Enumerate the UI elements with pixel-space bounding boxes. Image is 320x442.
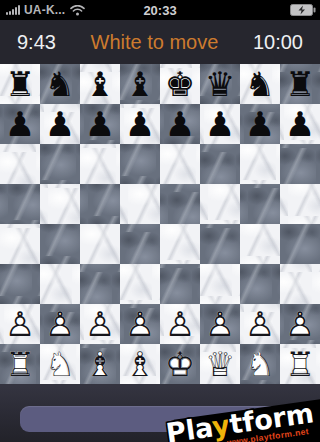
clock-bar: 9:43 White to move 10:00 [0, 20, 320, 64]
square-b1[interactable]: ♞♘ [40, 344, 80, 384]
square-a3[interactable] [0, 264, 40, 304]
piece-white-queen[interactable]: ♛♕ [200, 344, 240, 384]
square-e2[interactable]: ♟♙ [160, 304, 200, 344]
square-a4[interactable] [0, 224, 40, 264]
piece-white-knight[interactable]: ♞♘ [240, 344, 280, 384]
square-g4[interactable] [240, 224, 280, 264]
piece-white-pawn[interactable]: ♟♙ [120, 304, 160, 344]
piece-black-rook[interactable]: ♜ [0, 64, 40, 104]
piece-white-pawn[interactable]: ♟♙ [240, 304, 280, 344]
square-h7[interactable]: ♟ [280, 104, 320, 144]
square-d7[interactable]: ♟ [120, 104, 160, 144]
piece-white-rook[interactable]: ♜♖ [280, 344, 320, 384]
square-h8[interactable]: ♜ [280, 64, 320, 104]
piece-white-rook[interactable]: ♜♖ [0, 344, 40, 384]
square-c1[interactable]: ♝♗ [80, 344, 120, 384]
square-f1[interactable]: ♛♕ [200, 344, 240, 384]
square-a7[interactable]: ♟ [0, 104, 40, 144]
square-d3[interactable] [120, 264, 160, 304]
square-f2[interactable]: ♟♙ [200, 304, 240, 344]
square-h5[interactable] [280, 184, 320, 224]
piece-black-pawn[interactable]: ♟ [80, 104, 120, 144]
piece-black-pawn[interactable]: ♟ [0, 104, 40, 144]
square-g7[interactable]: ♟ [240, 104, 280, 144]
square-a1[interactable]: ♜♖ [0, 344, 40, 384]
square-e5[interactable] [160, 184, 200, 224]
bottom-pill-button[interactable] [20, 406, 300, 432]
square-b3[interactable] [40, 264, 80, 304]
square-g8[interactable]: ♞ [240, 64, 280, 104]
square-f4[interactable] [200, 224, 240, 264]
piece-white-bishop[interactable]: ♝♗ [80, 344, 120, 384]
square-e8[interactable]: ♚ [160, 64, 200, 104]
piece-black-king[interactable]: ♚ [160, 64, 200, 104]
square-h4[interactable] [280, 224, 320, 264]
piece-white-knight[interactable]: ♞♘ [40, 344, 80, 384]
square-f6[interactable] [200, 144, 240, 184]
square-b7[interactable]: ♟ [40, 104, 80, 144]
piece-white-pawn[interactable]: ♟♙ [200, 304, 240, 344]
piece-white-pawn[interactable]: ♟♙ [280, 304, 320, 344]
piece-white-pawn[interactable]: ♟♙ [0, 304, 40, 344]
square-e3[interactable] [160, 264, 200, 304]
bottom-toolbar: Playtform www.playtform.net [0, 384, 320, 442]
square-a6[interactable] [0, 144, 40, 184]
square-c2[interactable]: ♟♙ [80, 304, 120, 344]
piece-black-knight[interactable]: ♞ [40, 64, 80, 104]
piece-black-pawn[interactable]: ♟ [40, 104, 80, 144]
piece-black-rook[interactable]: ♜ [280, 64, 320, 104]
piece-white-pawn[interactable]: ♟♙ [160, 304, 200, 344]
square-h3[interactable] [280, 264, 320, 304]
square-h2[interactable]: ♟♙ [280, 304, 320, 344]
square-b4[interactable] [40, 224, 80, 264]
square-e1[interactable]: ♚♔ [160, 344, 200, 384]
black-clock: 10:00 [253, 31, 303, 54]
square-e7[interactable]: ♟ [160, 104, 200, 144]
piece-black-pawn[interactable]: ♟ [280, 104, 320, 144]
chess-board: ♜♞♝♝♚♛♞♜♟♟♟♟♟♟♟♟♟♙♟♙♟♙♟♙♟♙♟♙♟♙♟♙♜♖♞♘♝♗♝♗… [0, 64, 320, 384]
piece-black-pawn[interactable]: ♟ [200, 104, 240, 144]
square-e6[interactable] [160, 144, 200, 184]
square-c4[interactable] [80, 224, 120, 264]
piece-black-bishop[interactable]: ♝ [120, 64, 160, 104]
piece-black-pawn[interactable]: ♟ [240, 104, 280, 144]
square-a2[interactable]: ♟♙ [0, 304, 40, 344]
square-b6[interactable] [40, 144, 80, 184]
piece-black-knight[interactable]: ♞ [240, 64, 280, 104]
square-c5[interactable] [80, 184, 120, 224]
status-time: 20:33 [0, 3, 320, 18]
square-a5[interactable] [0, 184, 40, 224]
square-g2[interactable]: ♟♙ [240, 304, 280, 344]
square-b5[interactable] [40, 184, 80, 224]
square-f7[interactable]: ♟ [200, 104, 240, 144]
square-g1[interactable]: ♞♘ [240, 344, 280, 384]
square-c8[interactable]: ♝ [80, 64, 120, 104]
square-c7[interactable]: ♟ [80, 104, 120, 144]
square-c3[interactable] [80, 264, 120, 304]
square-a8[interactable]: ♜ [0, 64, 40, 104]
square-d8[interactable]: ♝ [120, 64, 160, 104]
square-d2[interactable]: ♟♙ [120, 304, 160, 344]
move-status-label: White to move [91, 31, 219, 54]
piece-black-pawn[interactable]: ♟ [120, 104, 160, 144]
square-d1[interactable]: ♝♗ [120, 344, 160, 384]
piece-black-pawn[interactable]: ♟ [160, 104, 200, 144]
square-f3[interactable] [200, 264, 240, 304]
white-clock: 9:43 [17, 31, 56, 54]
battery-charging-icon [290, 4, 316, 16]
square-e4[interactable] [160, 224, 200, 264]
square-b8[interactable]: ♞ [40, 64, 80, 104]
square-h1[interactable]: ♜♖ [280, 344, 320, 384]
square-d4[interactable] [120, 224, 160, 264]
square-d5[interactable] [120, 184, 160, 224]
square-b2[interactable]: ♟♙ [40, 304, 80, 344]
piece-white-bishop[interactable]: ♝♗ [120, 344, 160, 384]
square-g5[interactable] [240, 184, 280, 224]
status-bar: UA-K... 20:33 [0, 0, 320, 20]
square-h6[interactable] [280, 144, 320, 184]
piece-black-bishop[interactable]: ♝ [80, 64, 120, 104]
square-f5[interactable] [200, 184, 240, 224]
piece-white-pawn[interactable]: ♟♙ [80, 304, 120, 344]
square-c6[interactable] [80, 144, 120, 184]
square-d6[interactable] [120, 144, 160, 184]
square-f8[interactable]: ♛ [200, 64, 240, 104]
square-g6[interactable] [240, 144, 280, 184]
square-g3[interactable] [240, 264, 280, 304]
piece-white-pawn[interactable]: ♟♙ [40, 304, 80, 344]
piece-white-king[interactable]: ♚♔ [160, 344, 200, 384]
piece-black-queen[interactable]: ♛ [200, 64, 240, 104]
